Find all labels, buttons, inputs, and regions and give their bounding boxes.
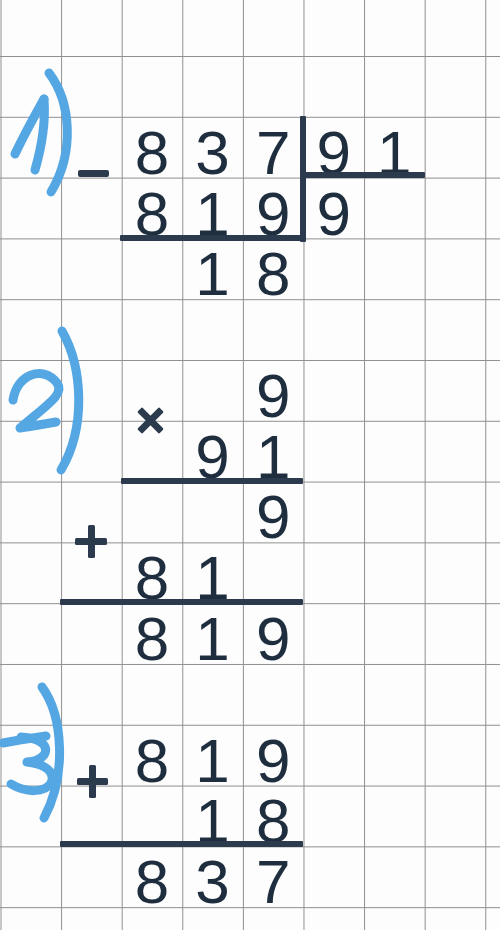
handwritten-label-3-stroke-2: [11, 737, 52, 791]
handwritten-label-1-stroke-3: [49, 73, 67, 192]
handwritten-marker-layer: [0, 0, 500, 930]
worksheet-page: 8379181991899198181981918837: [0, 0, 500, 930]
handwritten-label-2-stroke-2: [61, 331, 79, 470]
handwritten-label-2-stroke-1: [13, 374, 59, 428]
